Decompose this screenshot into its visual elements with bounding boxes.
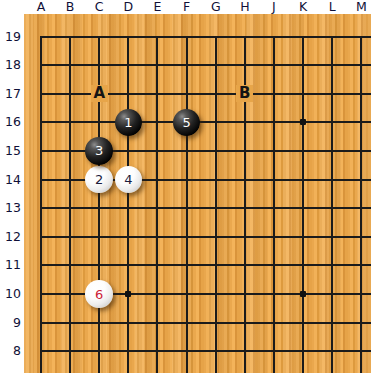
grid-line-row-19	[40, 36, 371, 38]
star-point-D10	[125, 291, 131, 297]
column-label-L: L	[322, 0, 342, 14]
row-label-13: 13	[0, 200, 21, 216]
stone-black-3-C15: 3	[85, 137, 113, 165]
stone-number: 2	[95, 173, 103, 186]
grid-line-col-L	[331, 36, 333, 373]
grid-line-row-8	[40, 350, 371, 352]
annotation-A-C17[interactable]: A	[91, 85, 108, 102]
row-label-11: 11	[0, 257, 21, 273]
grid-line-col-M	[360, 36, 362, 373]
row-label-9: 9	[0, 315, 21, 331]
row-label-19: 19	[0, 29, 21, 45]
row-label-14: 14	[0, 172, 21, 188]
grid-line-col-F	[186, 36, 188, 373]
row-label-10: 10	[0, 286, 21, 302]
column-label-A: A	[31, 0, 51, 14]
go-board[interactable]: AB123456	[0, 0, 371, 373]
stone-black-5-F16: 5	[173, 109, 201, 137]
grid-line-row-16	[40, 121, 371, 123]
row-label-15: 15	[0, 143, 21, 159]
stone-number: 5	[182, 115, 190, 128]
star-point-K10	[300, 291, 306, 297]
row-label-18: 18	[0, 57, 21, 73]
grid-line-col-K	[302, 36, 304, 373]
column-label-B: B	[60, 0, 80, 14]
grid-line-row-17	[40, 93, 371, 95]
row-label-17: 17	[0, 86, 21, 102]
stone-black-1-D16: 1	[115, 109, 143, 137]
grid-line-row-18	[40, 64, 371, 66]
grid-line-row-12	[40, 236, 371, 238]
row-label-16: 16	[0, 114, 21, 130]
column-label-K: K	[293, 0, 313, 14]
column-label-F: F	[177, 0, 197, 14]
grid-line-col-A	[40, 36, 42, 373]
grid-line-col-E	[156, 36, 158, 373]
column-label-J: J	[264, 0, 284, 14]
column-label-G: G	[206, 0, 226, 14]
stone-white-4-D14: 4	[115, 166, 143, 194]
column-label-C: C	[89, 0, 109, 14]
column-label-H: H	[235, 0, 255, 14]
stone-white-6-C10: 6	[85, 280, 113, 308]
stone-number: 4	[124, 173, 132, 186]
annotation-B-H17[interactable]: B	[236, 85, 253, 102]
column-label-E: E	[147, 0, 167, 14]
grid-line-row-9	[40, 322, 371, 324]
star-point-K16	[300, 119, 306, 125]
grid-line-row-13	[40, 207, 371, 209]
stone-number: 6	[95, 287, 103, 300]
go-board-diagram: AB123456 ABCDEFGHJKLM 191817161514131211…	[0, 0, 371, 373]
column-label-M: M	[351, 0, 371, 14]
grid-line-col-J	[273, 36, 275, 373]
column-label-D: D	[118, 0, 138, 14]
stone-number: 1	[124, 115, 132, 128]
grid-line-col-G	[215, 36, 217, 373]
row-label-12: 12	[0, 229, 21, 245]
grid-line-row-11	[40, 264, 371, 266]
grid-line-col-D	[127, 36, 129, 373]
stone-white-2-C14: 2	[85, 166, 113, 194]
row-label-8: 8	[0, 343, 21, 359]
grid-line-col-B	[69, 36, 71, 373]
stone-number: 3	[95, 144, 103, 157]
